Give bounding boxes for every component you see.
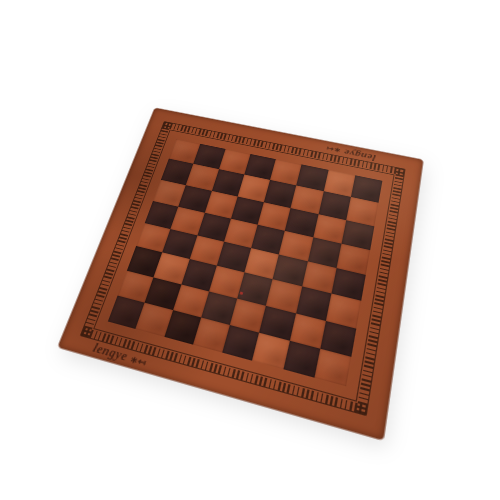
brand-mark-icon-rotated: ∗↤ bbox=[326, 144, 342, 154]
board-shadow: lengye ∗↤ lengye ∗↤ bbox=[0, 0, 500, 500]
product-photo-background: lengye ∗↤ lengye ∗↤ bbox=[0, 0, 500, 500]
brand-mark-icon: ∗↤ bbox=[129, 353, 148, 367]
chess-board: lengye ∗↤ lengye ∗↤ bbox=[58, 108, 423, 440]
